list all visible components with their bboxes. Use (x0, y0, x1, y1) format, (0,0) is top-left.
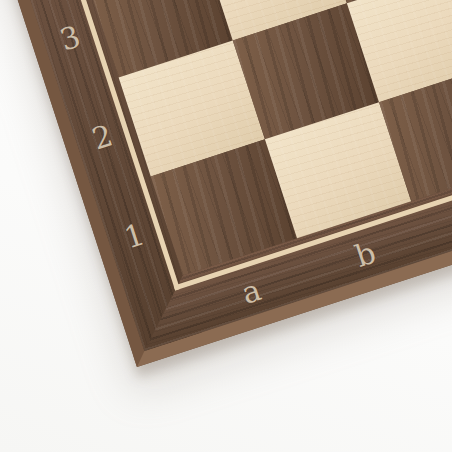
chessboard: 123ab (0, 0, 452, 367)
photo-background: 123ab (0, 0, 452, 452)
